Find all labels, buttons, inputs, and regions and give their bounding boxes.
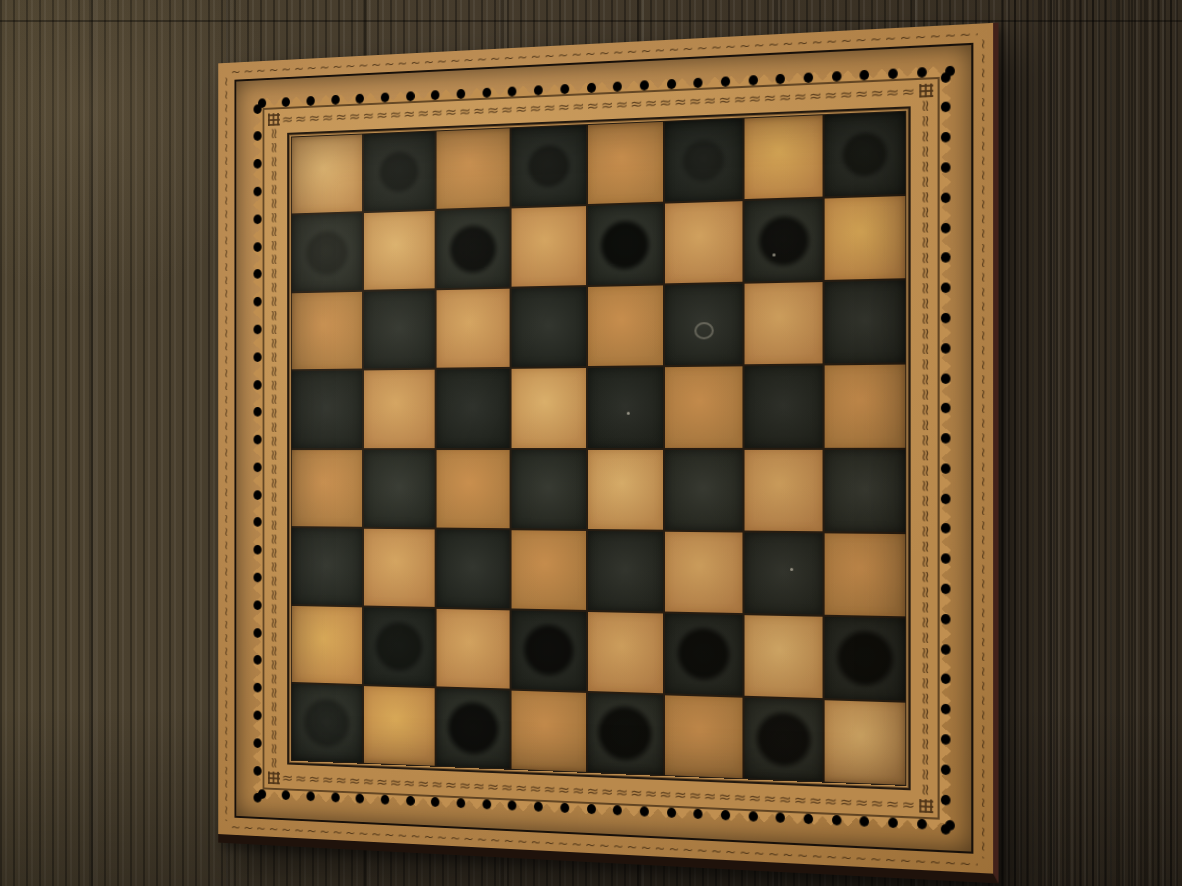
square-e8[interactable] (588, 122, 664, 204)
floral-engraving-left: ≈≈≈≈≈≈≈≈≈≈≈≈≈≈≈≈≈≈≈≈≈≈≈≈≈≈≈≈≈≈≈≈≈≈≈≈≈≈≈≈… (263, 127, 285, 770)
rim-hole (253, 380, 261, 390)
square-h4[interactable] (825, 449, 905, 531)
rim-hole (253, 269, 261, 279)
square-b2[interactable] (364, 607, 435, 686)
rim-hole (253, 297, 261, 307)
ring-stain-mark-f6 (694, 322, 713, 340)
rim-hole (253, 655, 261, 665)
rim-hole (508, 86, 517, 96)
piece-imprint-mark-c7 (448, 222, 499, 276)
square-c6[interactable] (437, 289, 510, 368)
piece-imprint-mark-h8 (840, 129, 890, 179)
dust-speck (627, 412, 630, 415)
rim-hole (888, 68, 898, 79)
rim-hole (457, 798, 466, 808)
square-d7[interactable] (511, 206, 585, 287)
rim-hole (941, 252, 951, 263)
rim-hole (917, 67, 927, 78)
square-b1[interactable] (364, 686, 435, 766)
rim-hole (860, 70, 870, 81)
rim-hole (253, 407, 261, 417)
rim-hole (587, 83, 596, 93)
rim-hole (253, 683, 261, 693)
square-e1[interactable] (588, 693, 664, 775)
rim-hole (331, 95, 339, 105)
square-c1[interactable] (437, 688, 510, 769)
square-f7[interactable] (665, 201, 742, 283)
rim-hole (941, 554, 951, 565)
square-d5[interactable] (511, 368, 585, 447)
rim-hole (941, 614, 951, 625)
square-f3[interactable] (665, 531, 742, 612)
corner-stamp-icon (919, 799, 933, 813)
square-d3[interactable] (511, 530, 585, 610)
rim-hole (406, 91, 415, 101)
rim-hole (776, 812, 785, 823)
rim-hole (253, 187, 261, 197)
rim-hole (941, 433, 951, 443)
rim-hole (721, 76, 730, 87)
square-h2[interactable] (825, 617, 905, 701)
square-a6[interactable] (292, 292, 362, 370)
rim-hole (381, 92, 389, 102)
rim-hole (406, 796, 415, 806)
rim-hole (253, 104, 261, 114)
square-d4[interactable] (511, 450, 585, 529)
square-h7[interactable] (825, 196, 905, 280)
square-h5[interactable] (825, 365, 905, 447)
rim-hole (431, 797, 440, 807)
rim-hole (941, 72, 951, 83)
rim-hole (253, 628, 261, 638)
square-g1[interactable] (744, 698, 823, 782)
piece-imprint-mark-c1 (445, 699, 500, 758)
rim-hole (804, 72, 813, 83)
square-d8[interactable] (511, 125, 585, 206)
piece-imprint-mark-g7 (756, 213, 811, 269)
rim-hole (482, 88, 491, 98)
rim-hole (941, 283, 951, 294)
rim-hole (941, 313, 951, 324)
rim-hole (640, 80, 649, 90)
rim-hole (941, 132, 951, 143)
floral-engraving-right: ≈≈≈≈≈≈≈≈≈≈≈≈≈≈≈≈≈≈≈≈≈≈≈≈≈≈≈≈≈≈≈≈≈≈≈≈≈≈≈≈… (913, 99, 939, 798)
square-a8[interactable] (292, 135, 362, 214)
square-c5[interactable] (437, 369, 510, 447)
square-a4[interactable] (292, 450, 362, 527)
square-d6[interactable] (511, 287, 585, 367)
rim-hole (282, 97, 290, 107)
chess-board: ~~~~~~~~~~~~~~~~~~~~~~~~~~~~~~~~~~~~~~~~… (218, 23, 998, 884)
rim-hole (253, 462, 261, 472)
rim-hole (804, 814, 813, 825)
rim-hole (832, 71, 841, 82)
rim-hole (253, 325, 261, 335)
square-f5[interactable] (665, 367, 742, 448)
rim-hole (253, 545, 261, 555)
piece-imprint-mark-a1 (301, 696, 351, 750)
piece-imprint-mark-g1 (754, 709, 814, 770)
rim-hole (941, 222, 951, 233)
dust-speck (790, 568, 793, 571)
rim-hole (941, 524, 951, 535)
rim-hole (941, 343, 951, 354)
square-a5[interactable] (292, 371, 362, 448)
rim-hole (941, 162, 951, 173)
square-h3[interactable] (825, 533, 905, 616)
square-b8[interactable] (364, 131, 435, 211)
square-g3[interactable] (744, 532, 823, 614)
square-g8[interactable] (744, 115, 823, 199)
rim-hole (941, 373, 951, 384)
rim-hole (534, 85, 543, 95)
square-b7[interactable] (364, 211, 435, 290)
rim-hole (613, 805, 622, 815)
square-g4[interactable] (744, 449, 823, 530)
square-g6[interactable] (744, 282, 823, 364)
square-c3[interactable] (437, 529, 510, 608)
rim-hole (253, 214, 261, 224)
rim-hole (941, 734, 951, 745)
rim-hole (640, 806, 649, 816)
rim-hole (941, 584, 951, 595)
rim-hole (721, 810, 730, 821)
rim-hole (253, 518, 261, 528)
piece-imprint-mark-f2 (675, 625, 732, 683)
table-plank-seam (0, 20, 1182, 22)
rim-hole (941, 192, 951, 203)
rim-hole (667, 807, 676, 818)
table-surface-ribbed (1002, 0, 1182, 886)
square-a1[interactable] (292, 684, 362, 763)
rim-hole (457, 89, 466, 99)
rim-hole (253, 352, 261, 362)
rim-hole (331, 792, 339, 802)
square-a7[interactable] (292, 213, 362, 291)
square-h8[interactable] (825, 112, 905, 197)
square-g7[interactable] (744, 199, 823, 282)
square-h6[interactable] (825, 281, 905, 364)
piece-imprint-mark-h2 (835, 628, 896, 689)
square-f2[interactable] (665, 613, 742, 695)
rim-hole (941, 493, 951, 504)
corner-stamp-icon (268, 771, 280, 784)
rim-hole (941, 674, 951, 685)
rim-hole (888, 817, 898, 828)
rim-hole (667, 79, 676, 90)
rim-hole (482, 799, 491, 809)
square-h1[interactable] (825, 700, 905, 785)
rim-hole (941, 102, 951, 113)
square-b5[interactable] (364, 370, 435, 448)
rim-hole (253, 490, 261, 500)
rim-hole (253, 600, 261, 610)
rim-hole (253, 766, 261, 776)
rim-hole (356, 794, 364, 804)
square-e6[interactable] (588, 286, 664, 367)
photo-stage: ~~~~~~~~~~~~~~~~~~~~~~~~~~~~~~~~~~~~~~~~… (0, 0, 1182, 886)
rim-hole (776, 74, 785, 85)
rim-hole (748, 75, 757, 86)
square-g5[interactable] (744, 366, 823, 448)
rim-hole (560, 803, 569, 813)
square-f4[interactable] (665, 449, 742, 530)
square-b6[interactable] (364, 291, 435, 369)
piece-imprint-mark-f8 (680, 136, 726, 184)
rim-hole (253, 131, 261, 141)
square-f6[interactable] (665, 284, 742, 366)
rim-hole (534, 802, 543, 812)
square-e3[interactable] (588, 531, 664, 612)
rim-hole (941, 794, 951, 805)
square-d1[interactable] (511, 690, 585, 771)
rim-hole (253, 242, 261, 252)
rim-hole (253, 159, 261, 169)
square-c4[interactable] (437, 450, 510, 528)
outer-strip-engraving-right: ~~~~~~~~~~~~~~~~~~~~~~~~~~~~~~~~~~~~~~~~… (973, 38, 993, 859)
rim-hole (941, 644, 951, 655)
rim-hole (941, 463, 951, 473)
rim-hole (508, 800, 517, 810)
square-b4[interactable] (364, 450, 435, 528)
piece-imprint-mark-a7 (304, 228, 350, 277)
square-c2[interactable] (437, 609, 510, 689)
rim-hole (694, 78, 703, 89)
dust-speck (772, 253, 775, 256)
rim-hole (832, 815, 841, 826)
rim-hole (560, 84, 569, 94)
rim-hole (941, 764, 951, 775)
square-f1[interactable] (665, 695, 742, 778)
rim-hole (587, 804, 596, 814)
piece-imprint-mark-b2 (373, 619, 424, 673)
square-c7[interactable] (437, 209, 510, 289)
square-e5[interactable] (588, 368, 664, 448)
rim-hole (431, 90, 440, 100)
square-g2[interactable] (744, 615, 823, 698)
outer-strip-engraving-left: ~~~~~~~~~~~~~~~~~~~~~~~~~~~~~~~~~~~~~~~~… (218, 76, 234, 822)
rim-hole (253, 710, 261, 720)
piece-imprint-mark-d2 (521, 622, 576, 679)
piece-imprint-mark-b8 (378, 149, 421, 195)
rim-hole (941, 824, 951, 835)
square-c8[interactable] (437, 128, 510, 209)
rim-hole (860, 816, 870, 827)
rim-hole (307, 96, 315, 106)
rim-hole (941, 704, 951, 715)
piece-imprint-mark-e7 (599, 217, 652, 272)
piece-imprint-mark-d8 (525, 142, 571, 190)
square-e7[interactable] (588, 204, 664, 285)
square-e4[interactable] (588, 449, 664, 529)
rim-hole (253, 435, 261, 445)
square-e2[interactable] (588, 612, 664, 693)
piece-imprint-mark-e1 (596, 703, 655, 764)
square-b3[interactable] (364, 528, 435, 606)
rim-hole (253, 738, 261, 748)
rim-hole (307, 791, 315, 801)
rim-hole (917, 819, 927, 830)
rim-hole (282, 790, 290, 800)
rim-hole (356, 94, 364, 104)
board-grid (292, 112, 906, 785)
square-a3[interactable] (292, 528, 362, 606)
square-a2[interactable] (292, 606, 362, 684)
rim-hole (941, 403, 951, 414)
rim-hole (253, 573, 261, 583)
square-f8[interactable] (665, 119, 742, 202)
corner-stamp-icon (919, 83, 933, 97)
rim-hole (613, 81, 622, 91)
rim-hole (253, 793, 261, 803)
rim-hole (381, 795, 389, 805)
rim-hole (748, 811, 757, 822)
corner-stamp-icon (268, 113, 280, 126)
rim-hole (694, 809, 703, 820)
square-d2[interactable] (511, 610, 585, 691)
